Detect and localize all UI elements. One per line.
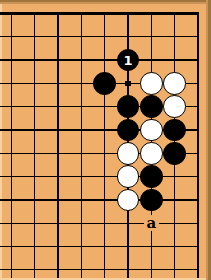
board-intersection: [116, 118, 139, 141]
board-intersection: [163, 142, 186, 165]
white-stone: [117, 165, 140, 188]
board-intersection: [163, 118, 186, 141]
white-stone: [140, 119, 163, 142]
board-intersection: [93, 72, 116, 95]
black-stone: 1: [117, 49, 140, 72]
labeled-empty-point: a: [140, 212, 163, 235]
board-intersection: [163, 72, 186, 95]
black-stone: [140, 165, 163, 188]
black-stone: [163, 119, 186, 142]
star-point-icon: [125, 81, 131, 87]
board-intersection: [140, 165, 163, 188]
board-intersection: [116, 188, 139, 211]
intersections-grid: 1a: [0, 2, 210, 280]
black-stone: [117, 95, 140, 118]
black-stone: [140, 95, 163, 118]
black-stone: [117, 119, 140, 142]
board-intersection: [140, 118, 163, 141]
move-number-label: 1: [123, 53, 132, 66]
board-intersection: [140, 142, 163, 165]
board-intersection: [116, 95, 139, 118]
go-diagram: 1a: [0, 0, 211, 280]
black-stone: [140, 189, 163, 212]
board-intersection: 1: [116, 48, 139, 71]
point-label-a: a: [144, 215, 159, 231]
board-intersection: [163, 95, 186, 118]
board-intersection: [140, 188, 163, 211]
board-intersection: [116, 142, 139, 165]
white-stone: [117, 189, 140, 212]
white-stone: [140, 72, 163, 95]
white-stone: [140, 142, 163, 165]
star-point-marker: [116, 72, 139, 95]
black-stone: [93, 72, 116, 95]
board-intersection: [116, 165, 139, 188]
black-stone: [163, 142, 186, 165]
white-stone: [163, 72, 186, 95]
board-intersection: [140, 72, 163, 95]
board-intersection: [140, 95, 163, 118]
white-stone: [163, 95, 186, 118]
white-stone: [117, 142, 140, 165]
go-board: 1a: [0, 0, 211, 280]
